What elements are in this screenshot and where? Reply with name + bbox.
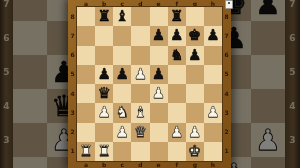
- bg-rank-label-2: 2: [0, 157, 13, 168]
- square-e4[interactable]: ♟: [150, 84, 168, 103]
- square-a6: [13, 21, 47, 55]
- rank-label-2: 2: [68, 123, 77, 142]
- rank-label-8: 8: [68, 7, 77, 26]
- bg-rank-label-6: 6: [285, 21, 300, 55]
- rank-label-8: 8: [222, 7, 231, 26]
- square-a6[interactable]: [77, 46, 95, 65]
- file-label-c: c: [113, 0, 131, 7]
- file-label-e: e: [150, 161, 168, 168]
- square-h5: [251, 55, 285, 89]
- square-f8[interactable]: ♜: [168, 7, 186, 26]
- bg-rank-label-7: 7: [0, 0, 13, 21]
- file-label-b: b: [95, 0, 113, 7]
- square-d2[interactable]: ♛: [131, 123, 149, 142]
- rank-labels-left: 87654321: [68, 7, 77, 161]
- rank-label-4: 4: [68, 84, 77, 103]
- piece-white-pawn-f2[interactable]: ♟: [170, 125, 183, 140]
- square-e2[interactable]: [150, 123, 168, 142]
- square-g4[interactable]: [186, 84, 204, 103]
- bg-rank-label-7: 7: [285, 0, 300, 21]
- square-g8[interactable]: [186, 7, 204, 26]
- square-g2[interactable]: ♟: [186, 123, 204, 142]
- bg-rank-label-5: 5: [285, 55, 300, 89]
- square-d7[interactable]: [131, 26, 149, 45]
- square-f5[interactable]: [168, 65, 186, 84]
- rank-label-7: 7: [68, 26, 77, 45]
- square-e3[interactable]: [150, 103, 168, 122]
- square-h6: [251, 21, 285, 55]
- file-labels-bottom: abcdefgh: [77, 161, 222, 168]
- square-g3[interactable]: [186, 103, 204, 122]
- square-h5[interactable]: [204, 65, 222, 84]
- file-label-h: h: [204, 161, 222, 168]
- square-a5: [13, 55, 47, 89]
- square-b6[interactable]: [95, 46, 113, 65]
- piece-black-rook-f8[interactable]: ♜: [170, 9, 183, 24]
- square-g6[interactable]: ♟: [186, 46, 204, 65]
- square-e1[interactable]: [150, 142, 168, 161]
- square-b1[interactable]: ♜: [95, 142, 113, 161]
- piece-black-pawn-e5[interactable]: ♟: [152, 67, 165, 82]
- square-h8[interactable]: [204, 7, 222, 26]
- square-a2[interactable]: [77, 123, 95, 142]
- square-c5[interactable]: ♟: [113, 65, 131, 84]
- piece-black-pawn-e7[interactable]: ♟: [152, 28, 165, 43]
- rank-label-6: 6: [222, 46, 231, 65]
- rank-label-3: 3: [68, 103, 77, 122]
- square-f6[interactable]: ♞: [168, 46, 186, 65]
- piece-black-pawn-g6[interactable]: ♟: [188, 48, 201, 63]
- square-f4[interactable]: [168, 84, 186, 103]
- square-h2: [251, 157, 285, 168]
- file-label-f: f: [168, 161, 186, 168]
- piece-black-pawn-h7: ♟: [255, 0, 281, 21]
- square-h3: ♟: [251, 123, 285, 157]
- rank-label-4: 4: [222, 84, 231, 103]
- file-label-a: a: [77, 161, 95, 168]
- file-labels-top: abcdefgh: [77, 0, 222, 7]
- piece-black-knight-f6[interactable]: ♞: [170, 48, 183, 63]
- square-e6[interactable]: [150, 46, 168, 65]
- piece-white-rook-b1[interactable]: ♜: [97, 144, 110, 159]
- piece-black-pawn-b5[interactable]: ♟: [97, 67, 110, 82]
- square-a7: [13, 0, 47, 21]
- square-h7: ♟: [251, 0, 285, 21]
- piece-white-king-g1[interactable]: ♚: [188, 144, 201, 159]
- square-h1[interactable]: [204, 142, 222, 161]
- file-label-h: h: [204, 0, 222, 7]
- bg-rank-label-3: 3: [0, 123, 13, 157]
- square-e7[interactable]: ♟: [150, 26, 168, 45]
- square-h6[interactable]: [204, 46, 222, 65]
- piece-white-pawn-h3[interactable]: ♟: [206, 105, 219, 120]
- bg-rank-label-2: 2: [285, 157, 300, 168]
- file-label-g: g: [186, 161, 204, 168]
- rank-label-3: 3: [222, 103, 231, 122]
- file-label-f: f: [168, 0, 186, 7]
- square-f1[interactable]: [168, 142, 186, 161]
- square-c2[interactable]: ♟: [113, 123, 131, 142]
- square-d3[interactable]: ♝: [131, 103, 149, 122]
- square-b7[interactable]: [95, 26, 113, 45]
- file-label-b: b: [95, 161, 113, 168]
- square-b8[interactable]: ♜: [95, 7, 113, 26]
- square-h4: [251, 89, 285, 123]
- square-d8[interactable]: [131, 7, 149, 26]
- piece-black-queen-b4[interactable]: ♛: [97, 86, 110, 101]
- square-d1[interactable]: [131, 142, 149, 161]
- bg-rank-label-5: 5: [0, 55, 13, 89]
- square-g1[interactable]: ♚: [186, 142, 204, 161]
- square-c3[interactable]: ♞: [113, 103, 131, 122]
- piece-white-queen-d2[interactable]: ♛: [134, 125, 147, 140]
- piece-white-pawn-b3[interactable]: ♟: [97, 105, 110, 120]
- square-b5[interactable]: ♟: [95, 65, 113, 84]
- square-h3[interactable]: ♟: [204, 103, 222, 122]
- piece-black-king-g7[interactable]: ♚: [188, 28, 201, 43]
- square-e5[interactable]: ♟: [150, 65, 168, 84]
- square-f7[interactable]: ♟: [168, 26, 186, 45]
- square-c1[interactable]: [113, 142, 131, 161]
- rank-label-5: 5: [222, 65, 231, 84]
- piece-black-pawn-f7[interactable]: ♟: [170, 28, 183, 43]
- square-d5[interactable]: ♟: [131, 65, 149, 84]
- board-squares: ♜♝♜♟♟♚♟♞♟♟♟♟♟♛♟♟♞♝♟♟♛♟♟♜♜♚: [77, 7, 222, 161]
- bg-rank-label-4: 4: [0, 89, 13, 123]
- square-g5[interactable]: [186, 65, 204, 84]
- background-rank-labels-left: 87654321: [0, 0, 13, 168]
- square-d6[interactable]: [131, 46, 149, 65]
- square-b3[interactable]: ♟: [95, 103, 113, 122]
- file-label-g: g: [186, 0, 204, 7]
- piece-white-pawn-e4[interactable]: ♟: [152, 86, 165, 101]
- corner-marker-icon[interactable]: [225, 0, 233, 9]
- piece-black-rook-b8[interactable]: ♜: [97, 9, 110, 24]
- file-label-d: d: [131, 161, 149, 168]
- piece-black-bishop-c8[interactable]: ♝: [116, 9, 129, 24]
- square-a3[interactable]: [77, 103, 95, 122]
- square-d4[interactable]: [131, 84, 149, 103]
- rank-label-1: 1: [222, 142, 231, 161]
- square-g7[interactable]: ♚: [186, 26, 204, 45]
- piece-white-pawn-h3: ♟: [255, 123, 281, 157]
- square-b4[interactable]: ♛: [95, 84, 113, 103]
- piece-white-pawn-c2[interactable]: ♟: [116, 125, 129, 140]
- rank-label-6: 6: [68, 46, 77, 65]
- square-h4[interactable]: [204, 84, 222, 103]
- piece-white-rook-a1[interactable]: ♜: [79, 144, 92, 159]
- piece-white-knight-c3[interactable]: ♞: [116, 105, 129, 120]
- square-a1[interactable]: ♜: [77, 142, 95, 161]
- square-e8[interactable]: [150, 7, 168, 26]
- square-a2: [13, 157, 47, 168]
- piece-white-bishop-d3[interactable]: ♝: [134, 105, 147, 120]
- square-a4[interactable]: [77, 84, 95, 103]
- bg-rank-label-4: 4: [285, 89, 300, 123]
- square-a5[interactable]: [77, 65, 95, 84]
- rank-label-1: 1: [68, 142, 77, 161]
- rank-label-5: 5: [68, 65, 77, 84]
- square-f2[interactable]: ♟: [168, 123, 186, 142]
- chess-app-screenshot: ♜♝♜♟♟♚♟♞♟♟♟♟♟♛♟♟♞♝♟♟♛♟♟♜♜♚ 87654321 8765…: [0, 0, 300, 168]
- square-b2[interactable]: [95, 123, 113, 142]
- main-board: abcdefgh abcdefgh 87654321 87654321 ♜♝♜♟…: [68, 0, 231, 168]
- square-c8[interactable]: ♝: [113, 7, 131, 26]
- square-a4: [13, 89, 47, 123]
- square-f3[interactable]: [168, 103, 186, 122]
- square-a3: [13, 123, 47, 157]
- piece-white-pawn-g2[interactable]: ♟: [188, 125, 201, 140]
- square-h7[interactable]: ♟: [204, 26, 222, 45]
- square-c7[interactable]: [113, 26, 131, 45]
- file-label-d: d: [131, 0, 149, 7]
- square-a7[interactable]: [77, 26, 95, 45]
- square-a8[interactable]: [77, 7, 95, 26]
- file-label-a: a: [77, 0, 95, 7]
- bg-rank-label-6: 6: [0, 21, 13, 55]
- bg-rank-label-3: 3: [285, 123, 300, 157]
- rank-label-7: 7: [222, 26, 231, 45]
- rank-label-2: 2: [222, 123, 231, 142]
- piece-white-pawn-d5[interactable]: ♟: [134, 67, 147, 82]
- square-c4[interactable]: [113, 84, 131, 103]
- rank-labels-right: 87654321: [222, 7, 231, 161]
- piece-black-pawn-c5[interactable]: ♟: [116, 67, 129, 82]
- background-rank-labels-right: 87654321: [285, 0, 300, 168]
- piece-black-pawn-h7[interactable]: ♟: [206, 28, 219, 43]
- square-h2[interactable]: [204, 123, 222, 142]
- square-c6[interactable]: [113, 46, 131, 65]
- file-label-c: c: [113, 161, 131, 168]
- file-label-e: e: [150, 0, 168, 7]
